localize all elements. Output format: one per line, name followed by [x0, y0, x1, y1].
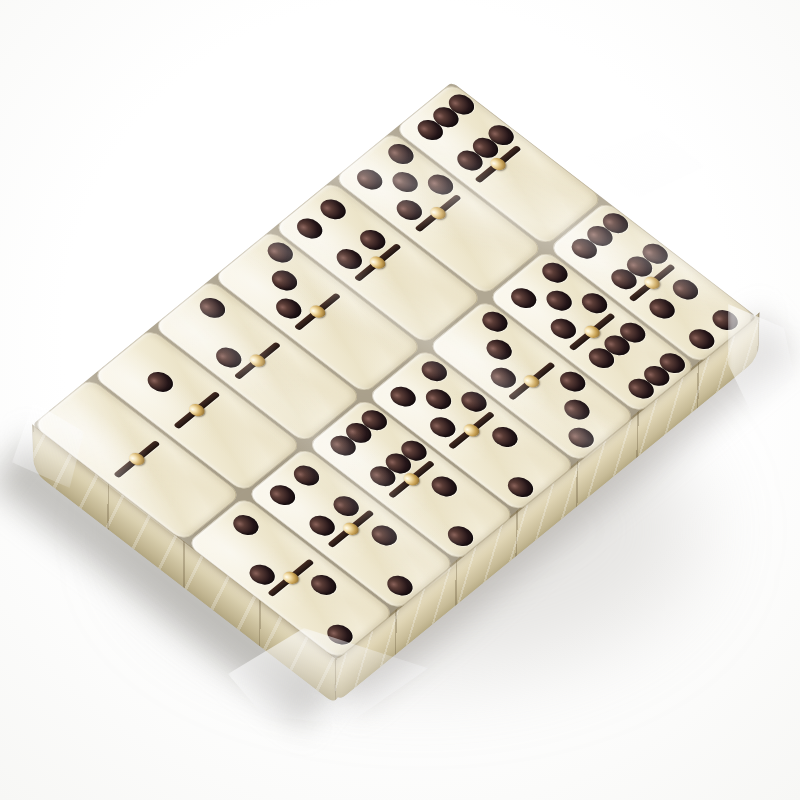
pip — [559, 395, 594, 423]
pip — [328, 492, 363, 520]
pip — [244, 560, 279, 588]
pip — [644, 295, 679, 323]
pip — [563, 423, 598, 451]
pip — [506, 284, 541, 312]
pip — [425, 413, 460, 441]
pip — [195, 294, 230, 322]
pip — [387, 168, 422, 196]
pip — [503, 473, 538, 501]
pip — [707, 306, 742, 334]
pip — [288, 461, 323, 489]
pip — [331, 245, 366, 273]
pip — [292, 215, 327, 243]
pip — [304, 511, 339, 539]
pip — [481, 336, 516, 364]
pip — [265, 481, 300, 509]
pip — [421, 385, 456, 413]
pip — [271, 294, 306, 322]
pip — [382, 571, 417, 599]
pip — [485, 364, 520, 392]
pip — [366, 521, 401, 549]
pip — [545, 314, 580, 342]
pip — [306, 570, 341, 598]
pip — [667, 275, 702, 303]
pip — [392, 196, 427, 224]
pip — [315, 195, 350, 223]
pip — [683, 325, 718, 353]
pip — [267, 266, 302, 294]
pip — [322, 620, 357, 648]
pip — [211, 344, 246, 372]
pip — [355, 226, 390, 254]
pip — [541, 286, 576, 314]
pip — [487, 423, 522, 451]
pip — [228, 511, 263, 539]
pip — [143, 368, 178, 396]
wrap-film-fold-top — [585, 128, 705, 198]
pip — [352, 165, 387, 193]
photo-scene — [0, 0, 800, 800]
pip — [426, 472, 461, 500]
pip — [442, 522, 477, 550]
pip — [385, 382, 420, 410]
